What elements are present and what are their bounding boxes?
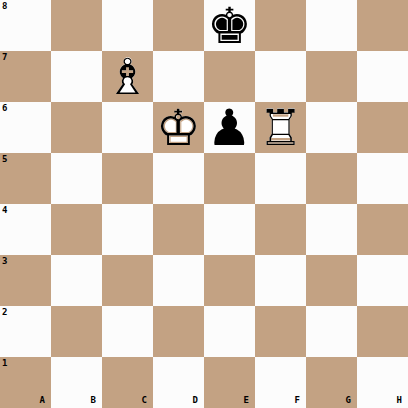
rank-label-8: 8 [2,1,7,11]
square-d2[interactable] [153,306,204,357]
square-g3[interactable] [306,255,357,306]
square-e1[interactable]: E [204,357,255,408]
black-pawn-glyph: ♟ [204,102,255,153]
square-g5[interactable] [306,153,357,204]
rank-label-4: 4 [2,205,7,215]
white-bishop-outline-glyph: ♗ [102,51,153,102]
square-f2[interactable] [255,306,306,357]
square-a7[interactable]: 7 [0,51,51,102]
square-g6[interactable] [306,102,357,153]
square-e6[interactable]: ♟ [204,102,255,153]
square-h1[interactable]: H [357,357,408,408]
black-king[interactable]: ♚ [204,0,255,51]
square-c7[interactable]: ♝♗ [102,51,153,102]
square-d5[interactable] [153,153,204,204]
white-bishop[interactable]: ♝♗ [102,51,153,102]
square-g8[interactable] [306,0,357,51]
square-h6[interactable] [357,102,408,153]
square-b4[interactable] [51,204,102,255]
square-a2[interactable]: 2 [0,306,51,357]
square-b6[interactable] [51,102,102,153]
square-e3[interactable] [204,255,255,306]
square-h2[interactable] [357,306,408,357]
rank-label-3: 3 [2,256,7,266]
white-king-outline-glyph: ♔ [153,102,204,153]
rank-label-1: 1 [2,358,7,368]
square-f6[interactable]: ♜♖ [255,102,306,153]
square-e2[interactable] [204,306,255,357]
square-d1[interactable]: D [153,357,204,408]
square-g2[interactable] [306,306,357,357]
file-label-g: G [346,395,351,405]
square-h5[interactable] [357,153,408,204]
square-c6[interactable] [102,102,153,153]
square-f5[interactable] [255,153,306,204]
square-g1[interactable]: G [306,357,357,408]
square-a4[interactable]: 4 [0,204,51,255]
square-g4[interactable] [306,204,357,255]
chess-board: 8♚7♝♗6♚♔♟♜♖54321ABCDEFGH [0,0,408,408]
rank-label-5: 5 [2,154,7,164]
square-h4[interactable] [357,204,408,255]
square-d6[interactable]: ♚♔ [153,102,204,153]
square-a8[interactable]: 8 [0,0,51,51]
square-c1[interactable]: C [102,357,153,408]
square-b8[interactable] [51,0,102,51]
white-king[interactable]: ♚♔ [153,102,204,153]
square-b2[interactable] [51,306,102,357]
square-b1[interactable]: B [51,357,102,408]
square-f4[interactable] [255,204,306,255]
square-f1[interactable]: F [255,357,306,408]
square-f7[interactable] [255,51,306,102]
file-label-e: E [244,395,249,405]
square-h3[interactable] [357,255,408,306]
square-c8[interactable] [102,0,153,51]
square-a3[interactable]: 3 [0,255,51,306]
rank-label-6: 6 [2,103,7,113]
square-d8[interactable] [153,0,204,51]
square-d7[interactable] [153,51,204,102]
square-d3[interactable] [153,255,204,306]
file-label-c: C [142,395,147,405]
rank-label-2: 2 [2,307,7,317]
file-label-b: B [91,395,96,405]
square-h7[interactable] [357,51,408,102]
square-a6[interactable]: 6 [0,102,51,153]
square-d4[interactable] [153,204,204,255]
square-c3[interactable] [102,255,153,306]
square-e5[interactable] [204,153,255,204]
white-rook[interactable]: ♜♖ [255,102,306,153]
file-label-h: H [397,395,402,405]
square-b5[interactable] [51,153,102,204]
square-a1[interactable]: 1A [0,357,51,408]
square-e7[interactable] [204,51,255,102]
square-a5[interactable]: 5 [0,153,51,204]
white-rook-outline-glyph: ♖ [255,102,306,153]
square-e4[interactable] [204,204,255,255]
file-label-a: A [40,395,45,405]
file-label-f: F [295,395,300,405]
square-c2[interactable] [102,306,153,357]
square-e8[interactable]: ♚ [204,0,255,51]
square-b3[interactable] [51,255,102,306]
square-f3[interactable] [255,255,306,306]
square-g7[interactable] [306,51,357,102]
square-c5[interactable] [102,153,153,204]
file-label-d: D [193,395,198,405]
black-pawn[interactable]: ♟ [204,102,255,153]
square-f8[interactable] [255,0,306,51]
square-h8[interactable] [357,0,408,51]
black-king-glyph: ♚ [204,0,255,51]
square-c4[interactable] [102,204,153,255]
square-b7[interactable] [51,51,102,102]
rank-label-7: 7 [2,52,7,62]
